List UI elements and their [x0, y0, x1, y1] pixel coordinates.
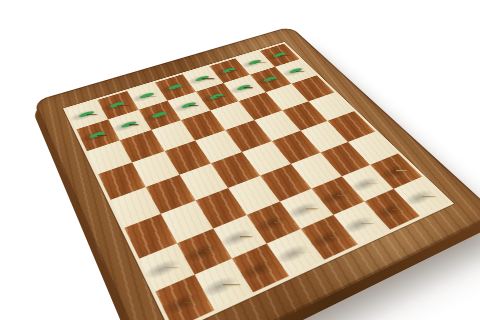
black-pawn-glyph: ♟: [283, 47, 308, 75]
black-pawn-glyph: ♟: [203, 71, 230, 101]
black-pawn-glyph: ♟: [231, 62, 257, 91]
chess-board: ♜♞♝♛♚♝♞♜♟♟♟♟♟♟♟♟♟♟♟♟♟♟♟♟♜♞♝♛♚♝♞♜: [33, 26, 480, 320]
white-rook-glyph: ♜: [162, 257, 207, 308]
black-pawn-glyph: ♟: [175, 79, 202, 109]
black-pawn-glyph: ♟: [257, 54, 283, 83]
black-pawn-glyph: ♟: [115, 98, 143, 129]
black-pawn-glyph: ♟: [83, 107, 112, 139]
black-pawn-glyph: ♟: [146, 88, 174, 119]
chess-set-photo: ♜♞♝♛♚♝♞♜♟♟♟♟♟♟♟♟♟♟♟♟♟♟♟♟♜♞♝♛♚♝♞♜: [0, 0, 480, 320]
